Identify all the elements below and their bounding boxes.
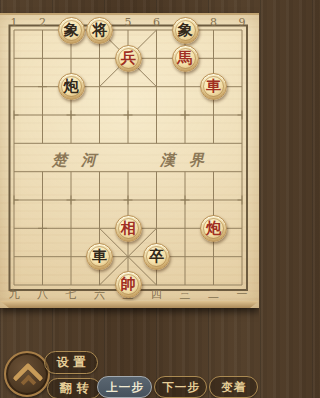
- variation-button[interactable]: 变着: [209, 376, 258, 398]
- piece-red-車-82[interactable]: 車: [200, 73, 227, 100]
- piece-glyph: 象: [64, 23, 79, 38]
- piece-glyph: 兵: [121, 51, 136, 66]
- next-move-button[interactable]: 下一步: [154, 376, 207, 398]
- piece-black-象-70[interactable]: 象: [172, 17, 199, 44]
- prev-move-button[interactable]: 上一步: [97, 376, 152, 398]
- piece-red-兵-51[interactable]: 兵: [115, 45, 142, 72]
- piece-glyph: 車: [206, 79, 221, 94]
- piece-black-車-48[interactable]: 車: [86, 243, 113, 270]
- piece-red-炮-87[interactable]: 炮: [200, 215, 227, 242]
- piece-black-象-30[interactable]: 象: [58, 17, 85, 44]
- piece-red-相-57[interactable]: 相: [115, 215, 142, 242]
- piece-glyph: 馬: [178, 51, 193, 66]
- piece-black-将-40[interactable]: 将: [86, 17, 113, 44]
- mountain-icon: [6, 353, 48, 395]
- piece-glyph: 車: [92, 249, 107, 264]
- piece-red-馬-71[interactable]: 馬: [172, 45, 199, 72]
- menu-button[interactable]: [4, 351, 50, 397]
- settings-button[interactable]: 设置: [44, 351, 98, 374]
- pieces-layer: 象将象兵馬炮車相炮車卒帥: [0, 15, 259, 308]
- board-bottom-edge: [0, 301, 259, 308]
- xiangqi-app: { "game": "xiangqi", "position": { "fen"…: [0, 0, 259, 398]
- piece-glyph: 炮: [64, 79, 79, 94]
- piece-glyph: 相: [121, 221, 136, 236]
- piece-glyph: 帥: [121, 277, 136, 292]
- piece-glyph: 卒: [149, 249, 164, 264]
- piece-glyph: 炮: [206, 221, 221, 236]
- piece-black-卒-68[interactable]: 卒: [143, 243, 170, 270]
- piece-black-炮-32[interactable]: 炮: [58, 73, 85, 100]
- piece-glyph: 象: [178, 23, 193, 38]
- piece-glyph: 将: [92, 23, 107, 38]
- piece-red-帥-59[interactable]: 帥: [115, 271, 142, 298]
- xiangqi-board[interactable]: 123456789 九八七六五四三二一 楚 河 漢 界 象将象兵馬炮車相炮車卒帥: [0, 13, 259, 308]
- flip-button[interactable]: 翻转: [47, 378, 101, 398]
